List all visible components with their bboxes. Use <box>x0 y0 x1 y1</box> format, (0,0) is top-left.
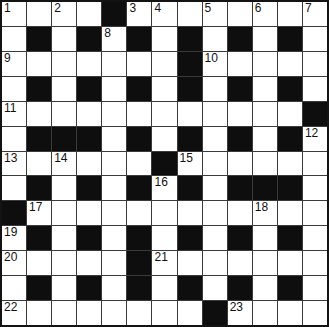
white-cell[interactable] <box>178 251 202 275</box>
white-cell[interactable] <box>152 276 176 300</box>
white-cell[interactable] <box>102 152 126 176</box>
white-cell[interactable] <box>2 176 26 200</box>
black-cell <box>127 127 151 151</box>
white-cell[interactable] <box>278 201 302 225</box>
white-cell[interactable] <box>178 102 202 126</box>
white-cell[interactable] <box>253 152 277 176</box>
white-cell[interactable]: 1 <box>2 2 26 26</box>
white-cell[interactable]: 14 <box>52 152 76 176</box>
white-cell[interactable] <box>77 152 101 176</box>
white-cell[interactable] <box>102 52 126 76</box>
white-cell[interactable] <box>278 52 302 76</box>
white-cell[interactable] <box>303 152 327 176</box>
white-cell[interactable] <box>52 276 76 300</box>
clue-number: 14 <box>54 152 67 166</box>
black-cell <box>278 77 302 101</box>
white-cell[interactable]: 6 <box>253 2 277 26</box>
white-cell[interactable] <box>253 127 277 151</box>
white-cell[interactable]: 15 <box>178 152 202 176</box>
white-cell[interactable]: 18 <box>253 201 277 225</box>
white-cell[interactable] <box>203 152 227 176</box>
black-cell <box>27 176 51 200</box>
clue-number: 11 <box>4 102 16 116</box>
clue-number: 19 <box>4 226 17 240</box>
black-cell <box>278 176 302 200</box>
white-cell[interactable]: 8 <box>102 27 126 51</box>
white-cell[interactable] <box>228 52 252 76</box>
white-cell[interactable] <box>77 251 101 275</box>
black-cell <box>228 226 252 250</box>
white-cell[interactable] <box>152 301 176 325</box>
white-cell[interactable] <box>303 276 327 300</box>
white-cell[interactable]: 7 <box>303 2 327 26</box>
white-cell[interactable] <box>102 301 126 325</box>
white-cell[interactable] <box>303 201 327 225</box>
white-cell[interactable] <box>178 201 202 225</box>
white-cell[interactable]: 10 <box>203 52 227 76</box>
white-cell[interactable] <box>52 176 76 200</box>
clue-number: 8 <box>104 27 111 41</box>
clue-number: 9 <box>4 52 11 66</box>
white-cell[interactable] <box>102 127 126 151</box>
white-cell[interactable] <box>253 52 277 76</box>
crossword-grid: 1234567891011121314151617181920212223 <box>0 0 329 327</box>
black-cell <box>127 27 151 51</box>
black-cell <box>52 127 76 151</box>
black-cell <box>77 276 101 300</box>
white-cell[interactable]: 20 <box>2 251 26 275</box>
black-cell <box>228 127 252 151</box>
black-cell <box>77 127 101 151</box>
black-cell <box>27 226 51 250</box>
clue-number: 2 <box>54 2 61 16</box>
white-cell[interactable] <box>77 301 101 325</box>
black-cell <box>27 127 51 151</box>
white-cell[interactable] <box>253 276 277 300</box>
black-cell <box>278 27 302 51</box>
white-cell[interactable] <box>152 127 176 151</box>
white-cell[interactable] <box>278 152 302 176</box>
white-cell[interactable] <box>253 226 277 250</box>
white-cell[interactable] <box>303 226 327 250</box>
black-cell <box>178 226 202 250</box>
black-cell <box>102 2 126 26</box>
clue-number: 1 <box>4 2 11 16</box>
white-cell[interactable]: 5 <box>203 2 227 26</box>
white-cell[interactable] <box>203 27 227 51</box>
white-cell[interactable] <box>27 102 51 126</box>
black-cell <box>2 201 26 225</box>
white-cell[interactable] <box>102 251 126 275</box>
white-cell[interactable] <box>102 276 126 300</box>
clue-number: 5 <box>205 2 212 16</box>
white-cell[interactable] <box>52 52 76 76</box>
clue-number: 21 <box>154 251 167 265</box>
white-cell[interactable] <box>253 77 277 101</box>
black-cell <box>127 226 151 250</box>
black-cell <box>27 77 51 101</box>
black-cell <box>253 176 277 200</box>
white-cell[interactable] <box>253 27 277 51</box>
white-cell[interactable] <box>228 2 252 26</box>
white-cell[interactable]: 11 <box>2 102 26 126</box>
black-cell <box>127 77 151 101</box>
white-cell[interactable] <box>278 2 302 26</box>
clue-number: 12 <box>305 127 318 141</box>
white-cell[interactable] <box>127 52 151 76</box>
black-cell <box>228 276 252 300</box>
white-cell[interactable] <box>228 251 252 275</box>
black-cell <box>77 77 101 101</box>
white-cell[interactable] <box>228 152 252 176</box>
black-cell <box>77 226 101 250</box>
clue-number: 15 <box>180 152 193 166</box>
white-cell[interactable]: 9 <box>2 52 26 76</box>
white-cell[interactable] <box>253 251 277 275</box>
white-cell[interactable] <box>27 2 51 26</box>
black-cell <box>228 176 252 200</box>
white-cell[interactable] <box>52 102 76 126</box>
white-cell[interactable] <box>127 102 151 126</box>
white-cell[interactable] <box>127 201 151 225</box>
white-cell[interactable]: 22 <box>2 301 26 325</box>
white-cell[interactable]: 2 <box>52 2 76 26</box>
black-cell <box>127 251 151 275</box>
black-cell <box>178 77 202 101</box>
white-cell[interactable] <box>203 201 227 225</box>
white-cell[interactable] <box>52 226 76 250</box>
white-cell[interactable] <box>303 301 327 325</box>
black-cell <box>178 127 202 151</box>
clue-number: 4 <box>154 2 161 16</box>
white-cell[interactable] <box>303 251 327 275</box>
white-cell[interactable] <box>203 77 227 101</box>
black-cell <box>228 77 252 101</box>
white-cell[interactable] <box>2 77 26 101</box>
white-cell[interactable] <box>52 251 76 275</box>
white-cell[interactable]: 12 <box>303 127 327 151</box>
black-cell <box>178 176 202 200</box>
white-cell[interactable] <box>278 102 302 126</box>
white-cell[interactable] <box>2 276 26 300</box>
black-cell <box>303 102 327 126</box>
black-cell <box>127 276 151 300</box>
white-cell[interactable] <box>203 176 227 200</box>
white-cell[interactable] <box>253 301 277 325</box>
white-cell[interactable] <box>2 127 26 151</box>
black-cell <box>152 152 176 176</box>
black-cell <box>228 27 252 51</box>
white-cell[interactable] <box>77 102 101 126</box>
white-cell[interactable] <box>203 276 227 300</box>
white-cell[interactable] <box>253 102 277 126</box>
black-cell <box>178 276 202 300</box>
white-cell[interactable] <box>52 77 76 101</box>
white-cell[interactable] <box>303 77 327 101</box>
white-cell[interactable] <box>102 102 126 126</box>
white-cell[interactable] <box>278 301 302 325</box>
white-cell[interactable] <box>152 52 176 76</box>
clue-number: 23 <box>230 301 243 315</box>
white-cell[interactable] <box>303 52 327 76</box>
white-cell[interactable] <box>203 226 227 250</box>
clue-number: 13 <box>4 152 17 166</box>
black-cell <box>127 176 151 200</box>
white-cell[interactable] <box>102 176 126 200</box>
white-cell[interactable] <box>228 201 252 225</box>
white-cell[interactable] <box>178 2 202 26</box>
black-cell <box>278 127 302 151</box>
black-cell <box>27 27 51 51</box>
white-cell[interactable] <box>152 102 176 126</box>
white-cell[interactable]: 16 <box>152 176 176 200</box>
white-cell[interactable] <box>77 52 101 76</box>
white-cell[interactable]: 13 <box>2 152 26 176</box>
white-cell[interactable] <box>52 201 76 225</box>
clue-number: 16 <box>154 176 167 190</box>
white-cell[interactable] <box>278 251 302 275</box>
white-cell[interactable] <box>27 52 51 76</box>
white-cell[interactable]: 23 <box>228 301 252 325</box>
white-cell[interactable] <box>52 27 76 51</box>
clue-number: 3 <box>129 2 136 16</box>
black-cell <box>203 301 227 325</box>
clue-number: 20 <box>4 251 17 265</box>
clue-number: 17 <box>29 201 42 215</box>
white-cell[interactable] <box>203 251 227 275</box>
clue-number: 18 <box>255 201 268 215</box>
black-cell <box>278 226 302 250</box>
white-cell[interactable]: 21 <box>152 251 176 275</box>
white-cell[interactable] <box>127 152 151 176</box>
black-cell <box>278 276 302 300</box>
white-cell[interactable] <box>2 27 26 51</box>
black-cell <box>77 176 101 200</box>
white-cell[interactable] <box>152 226 176 250</box>
white-cell[interactable] <box>152 201 176 225</box>
clue-number: 7 <box>305 2 312 16</box>
white-cell[interactable] <box>27 251 51 275</box>
white-cell[interactable] <box>77 201 101 225</box>
white-cell[interactable] <box>228 102 252 126</box>
white-cell[interactable]: 4 <box>152 2 176 26</box>
white-cell[interactable] <box>152 77 176 101</box>
white-cell[interactable] <box>102 201 126 225</box>
white-cell[interactable]: 19 <box>2 226 26 250</box>
white-cell[interactable]: 3 <box>127 2 151 26</box>
white-cell[interactable] <box>178 301 202 325</box>
black-cell <box>178 52 202 76</box>
white-cell[interactable] <box>27 152 51 176</box>
white-cell[interactable] <box>203 127 227 151</box>
white-cell[interactable] <box>303 176 327 200</box>
white-cell[interactable] <box>27 301 51 325</box>
white-cell[interactable] <box>102 77 126 101</box>
white-cell[interactable]: 17 <box>27 201 51 225</box>
clue-number: 10 <box>205 52 218 66</box>
clue-number: 6 <box>255 2 262 16</box>
white-cell[interactable] <box>152 27 176 51</box>
white-cell[interactable] <box>102 226 126 250</box>
white-cell[interactable] <box>303 27 327 51</box>
white-cell[interactable] <box>77 2 101 26</box>
white-cell[interactable] <box>127 301 151 325</box>
clue-number: 22 <box>4 301 17 315</box>
white-cell[interactable] <box>203 102 227 126</box>
black-cell <box>27 276 51 300</box>
black-cell <box>178 27 202 51</box>
black-cell <box>77 27 101 51</box>
white-cell[interactable] <box>52 301 76 325</box>
